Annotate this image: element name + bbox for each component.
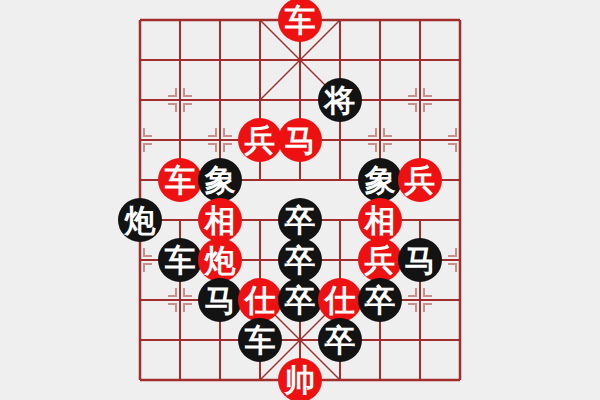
piece-red-soldier[interactable]: 兵 bbox=[238, 118, 282, 162]
piece-black-elephant[interactable]: 象 bbox=[358, 158, 402, 202]
piece-red-advisor[interactable]: 仕 bbox=[318, 278, 362, 322]
piece-red-chariot[interactable]: 车 bbox=[158, 158, 202, 202]
piece-black-horse[interactable]: 马 bbox=[398, 238, 442, 282]
piece-red-elephant[interactable]: 相 bbox=[358, 198, 402, 242]
piece-black-soldier[interactable]: 卒 bbox=[278, 198, 322, 242]
piece-black-elephant[interactable]: 象 bbox=[198, 158, 242, 202]
piece-black-general[interactable]: 将 bbox=[318, 78, 362, 122]
piece-black-chariot[interactable]: 车 bbox=[238, 318, 282, 362]
piece-red-soldier[interactable]: 兵 bbox=[358, 238, 402, 282]
piece-red-horse[interactable]: 马 bbox=[278, 118, 322, 162]
piece-black-chariot[interactable]: 车 bbox=[158, 238, 202, 282]
piece-red-advisor[interactable]: 仕 bbox=[238, 278, 282, 322]
piece-red-general[interactable]: 帅 bbox=[278, 358, 322, 400]
piece-black-soldier[interactable]: 卒 bbox=[278, 278, 322, 322]
piece-black-horse[interactable]: 马 bbox=[198, 278, 242, 322]
piece-red-soldier[interactable]: 兵 bbox=[398, 158, 442, 202]
pieces-layer: 车将兵马车象象兵炮相卒相车炮卒兵马马仕卒仕卒车卒帅 bbox=[0, 0, 600, 400]
piece-red-elephant[interactable]: 相 bbox=[198, 198, 242, 242]
piece-red-cannon[interactable]: 炮 bbox=[198, 238, 242, 282]
piece-red-chariot[interactable]: 车 bbox=[278, 0, 322, 42]
piece-black-soldier[interactable]: 卒 bbox=[318, 318, 362, 362]
piece-black-soldier[interactable]: 卒 bbox=[278, 238, 322, 282]
piece-black-soldier[interactable]: 卒 bbox=[358, 278, 402, 322]
piece-black-cannon[interactable]: 炮 bbox=[118, 198, 162, 242]
xiangqi-diagram: 车将兵马车象象兵炮相卒相车炮卒兵马马仕卒仕卒车卒帅 bbox=[0, 0, 600, 400]
